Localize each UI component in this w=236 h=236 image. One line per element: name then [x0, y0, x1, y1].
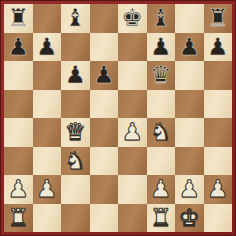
square-h2[interactable]: ♟ [204, 175, 233, 204]
square-a2[interactable]: ♟ [4, 175, 33, 204]
piece-white-pawn[interactable]: ♟ [147, 175, 176, 204]
square-h5[interactable] [204, 90, 233, 119]
piece-black-pawn[interactable]: ♟ [4, 33, 33, 62]
piece-white-pawn[interactable]: ♟ [4, 175, 33, 204]
square-h7[interactable]: ♟ [204, 33, 233, 62]
square-c4[interactable]: ♛ [61, 118, 90, 147]
piece-white-pawn[interactable]: ♟ [204, 175, 233, 204]
square-f7[interactable]: ♟ [147, 33, 176, 62]
piece-black-pawn[interactable]: ♟ [61, 61, 90, 90]
square-h1[interactable] [204, 204, 233, 233]
piece-black-rook[interactable]: ♜ [204, 4, 233, 33]
square-e2[interactable] [118, 175, 147, 204]
square-d3[interactable] [90, 147, 119, 176]
square-a1[interactable]: ♜ [4, 204, 33, 233]
square-b1[interactable] [33, 204, 62, 233]
square-g6[interactable] [175, 61, 204, 90]
square-e4[interactable]: ♟ [118, 118, 147, 147]
piece-white-pawn[interactable]: ♟ [118, 118, 147, 147]
piece-black-pawn[interactable]: ♟ [175, 33, 204, 62]
piece-black-pawn[interactable]: ♟ [90, 61, 119, 90]
piece-white-pawn[interactable]: ♟ [33, 175, 62, 204]
square-b5[interactable] [33, 90, 62, 119]
square-a8[interactable]: ♜ [4, 4, 33, 33]
square-g7[interactable]: ♟ [175, 33, 204, 62]
square-d2[interactable] [90, 175, 119, 204]
piece-black-rook[interactable]: ♜ [4, 4, 33, 33]
square-b7[interactable]: ♟ [33, 33, 62, 62]
square-f3[interactable] [147, 147, 176, 176]
square-f5[interactable] [147, 90, 176, 119]
chess-board-frame: ♜♝♚♝♜♟♟♟♟♟♟♟♛♛♟♞♞♟♟♟♟♟♜♜♚ [0, 0, 236, 236]
square-a5[interactable] [4, 90, 33, 119]
square-e6[interactable] [118, 61, 147, 90]
square-f2[interactable]: ♟ [147, 175, 176, 204]
square-c1[interactable] [61, 204, 90, 233]
square-g2[interactable]: ♟ [175, 175, 204, 204]
square-d5[interactable] [90, 90, 119, 119]
square-g4[interactable] [175, 118, 204, 147]
square-g5[interactable] [175, 90, 204, 119]
square-c8[interactable]: ♝ [61, 4, 90, 33]
square-d8[interactable] [90, 4, 119, 33]
square-b4[interactable] [33, 118, 62, 147]
square-e3[interactable] [118, 147, 147, 176]
square-a7[interactable]: ♟ [4, 33, 33, 62]
piece-white-king[interactable]: ♚ [175, 204, 204, 233]
chess-board: ♜♝♚♝♜♟♟♟♟♟♟♟♛♛♟♞♞♟♟♟♟♟♜♜♚ [4, 4, 232, 232]
square-f4[interactable]: ♞ [147, 118, 176, 147]
square-a4[interactable] [4, 118, 33, 147]
square-d6[interactable]: ♟ [90, 61, 119, 90]
square-f1[interactable]: ♜ [147, 204, 176, 233]
square-g8[interactable] [175, 4, 204, 33]
square-c5[interactable] [61, 90, 90, 119]
piece-white-rook[interactable]: ♜ [4, 204, 33, 233]
piece-black-bishop[interactable]: ♝ [147, 4, 176, 33]
square-b8[interactable] [33, 4, 62, 33]
square-b6[interactable] [33, 61, 62, 90]
piece-black-pawn[interactable]: ♟ [33, 33, 62, 62]
square-g3[interactable] [175, 147, 204, 176]
square-e5[interactable] [118, 90, 147, 119]
square-c3[interactable]: ♞ [61, 147, 90, 176]
piece-white-knight[interactable]: ♞ [61, 147, 90, 176]
square-a6[interactable] [4, 61, 33, 90]
square-e8[interactable]: ♚ [118, 4, 147, 33]
square-h6[interactable] [204, 61, 233, 90]
piece-black-pawn[interactable]: ♟ [147, 33, 176, 62]
square-h8[interactable]: ♜ [204, 4, 233, 33]
piece-black-king[interactable]: ♚ [118, 4, 147, 33]
square-a3[interactable] [4, 147, 33, 176]
square-b3[interactable] [33, 147, 62, 176]
square-c7[interactable] [61, 33, 90, 62]
square-c6[interactable]: ♟ [61, 61, 90, 90]
square-d7[interactable] [90, 33, 119, 62]
square-h3[interactable] [204, 147, 233, 176]
square-d1[interactable] [90, 204, 119, 233]
square-f6[interactable]: ♛ [147, 61, 176, 90]
piece-black-bishop[interactable]: ♝ [61, 4, 90, 33]
square-g1[interactable]: ♚ [175, 204, 204, 233]
square-e1[interactable] [118, 204, 147, 233]
square-c2[interactable] [61, 175, 90, 204]
square-h4[interactable] [204, 118, 233, 147]
square-e7[interactable] [118, 33, 147, 62]
square-d4[interactable] [90, 118, 119, 147]
piece-white-queen[interactable]: ♛ [61, 118, 90, 147]
square-f8[interactable]: ♝ [147, 4, 176, 33]
piece-white-knight[interactable]: ♞ [147, 118, 176, 147]
piece-black-pawn[interactable]: ♟ [204, 33, 233, 62]
piece-black-queen[interactable]: ♛ [147, 61, 176, 90]
square-b2[interactable]: ♟ [33, 175, 62, 204]
piece-white-rook[interactable]: ♜ [147, 204, 176, 233]
piece-white-pawn[interactable]: ♟ [175, 175, 204, 204]
